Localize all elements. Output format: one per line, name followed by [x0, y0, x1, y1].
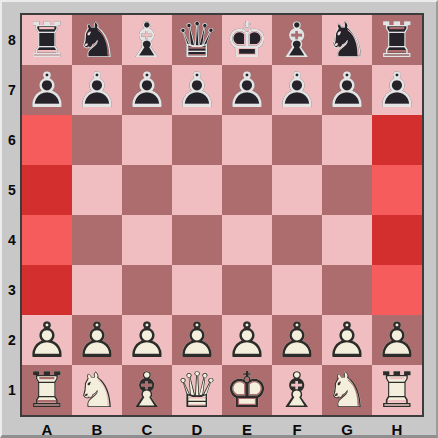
file-label-b: B — [72, 419, 122, 438]
chess-board: ♜︎♖︎♞︎♘︎♝︎♗︎♛︎♕︎♚︎♔︎♝︎♗︎♞︎♘︎♜︎♖︎♟︎♙︎♟︎♙︎… — [22, 15, 422, 415]
piece-white-king[interactable]: ♚︎♔︎ — [222, 365, 272, 415]
file-label-g: G — [322, 419, 372, 438]
square-e3[interactable] — [222, 265, 272, 315]
square-g6[interactable] — [322, 115, 372, 165]
square-a4[interactable] — [22, 215, 72, 265]
square-a7[interactable]: ♟︎♙︎ — [22, 65, 72, 115]
square-g5[interactable] — [322, 165, 372, 215]
square-c8[interactable]: ♝︎♗︎ — [122, 15, 172, 65]
square-h7[interactable]: ♟︎♙︎ — [372, 65, 422, 115]
square-e8[interactable]: ♚︎♔︎ — [222, 15, 272, 65]
piece-white-bishop[interactable]: ♝︎♗︎ — [272, 365, 322, 415]
piece-white-rook[interactable]: ♜︎♖︎ — [372, 365, 422, 415]
square-d1[interactable]: ♛︎♕︎ — [172, 365, 222, 415]
black-rook-outline-glyph: ♖︎ — [372, 15, 422, 65]
square-g7[interactable]: ♟︎♙︎ — [322, 65, 372, 115]
piece-black-pawn[interactable]: ♟︎♙︎ — [222, 65, 272, 115]
white-rook-outline-glyph: ♖︎ — [22, 365, 72, 415]
square-b7[interactable]: ♟︎♙︎ — [72, 65, 122, 115]
square-d5[interactable] — [172, 165, 222, 215]
square-e7[interactable]: ♟︎♙︎ — [222, 65, 272, 115]
white-bishop-outline-glyph: ♗︎ — [122, 365, 172, 415]
square-d2[interactable]: ♟︎♙︎ — [172, 315, 222, 365]
square-h3[interactable] — [372, 265, 422, 315]
piece-white-queen[interactable]: ♛︎♕︎ — [172, 365, 222, 415]
square-f1[interactable]: ♝︎♗︎ — [272, 365, 322, 415]
black-pawn-outline-glyph: ♙︎ — [122, 65, 172, 115]
piece-white-pawn[interactable]: ♟︎♙︎ — [122, 315, 172, 365]
white-knight-outline-glyph: ♘︎ — [72, 365, 122, 415]
square-a3[interactable] — [22, 265, 72, 315]
square-c5[interactable] — [122, 165, 172, 215]
square-g1[interactable]: ♞︎♘︎ — [322, 365, 372, 415]
square-f4[interactable] — [272, 215, 322, 265]
piece-black-pawn[interactable]: ♟︎♙︎ — [22, 65, 72, 115]
piece-black-rook[interactable]: ♜︎♖︎ — [372, 15, 422, 65]
square-c3[interactable] — [122, 265, 172, 315]
square-h2[interactable]: ♟︎♙︎ — [372, 315, 422, 365]
square-a1[interactable]: ♜︎♖︎ — [22, 365, 72, 415]
square-b5[interactable] — [72, 165, 122, 215]
square-h5[interactable] — [372, 165, 422, 215]
black-rook-outline-glyph: ♖︎ — [22, 15, 72, 65]
square-d4[interactable] — [172, 215, 222, 265]
black-pawn-outline-glyph: ♙︎ — [372, 65, 422, 115]
black-bishop-outline-glyph: ♗︎ — [122, 15, 172, 65]
piece-black-queen[interactable]: ♛︎♕︎ — [172, 15, 222, 65]
white-pawn-outline-glyph: ♙︎ — [172, 315, 222, 365]
white-bishop-outline-glyph: ♗︎ — [272, 365, 322, 415]
square-h6[interactable] — [372, 115, 422, 165]
piece-white-pawn[interactable]: ♟︎♙︎ — [272, 315, 322, 365]
square-a5[interactable] — [22, 165, 72, 215]
rank-label-4: 4 — [2, 215, 22, 265]
white-pawn-outline-glyph: ♙︎ — [272, 315, 322, 365]
piece-black-bishop[interactable]: ♝︎♗︎ — [272, 15, 322, 65]
piece-white-pawn[interactable]: ♟︎♙︎ — [72, 315, 122, 365]
piece-black-king[interactable]: ♚︎♔︎ — [222, 15, 272, 65]
file-label-f: F — [272, 419, 322, 438]
square-f6[interactable] — [272, 115, 322, 165]
file-label-a: A — [22, 419, 72, 438]
square-f5[interactable] — [272, 165, 322, 215]
square-a6[interactable] — [22, 115, 72, 165]
square-e4[interactable] — [222, 215, 272, 265]
white-knight-outline-glyph: ♘︎ — [322, 365, 372, 415]
rank-label-8: 8 — [2, 15, 22, 65]
square-h8[interactable]: ♜︎♖︎ — [372, 15, 422, 65]
piece-white-bishop[interactable]: ♝︎♗︎ — [122, 365, 172, 415]
square-b2[interactable]: ♟︎♙︎ — [72, 315, 122, 365]
rank-label-5: 5 — [2, 165, 22, 215]
square-g4[interactable] — [322, 215, 372, 265]
square-c1[interactable]: ♝︎♗︎ — [122, 365, 172, 415]
square-h1[interactable]: ♜︎♖︎ — [372, 365, 422, 415]
black-pawn-outline-glyph: ♙︎ — [222, 65, 272, 115]
square-a2[interactable]: ♟︎♙︎ — [22, 315, 72, 365]
piece-black-bishop[interactable]: ♝︎♗︎ — [122, 15, 172, 65]
piece-white-pawn[interactable]: ♟︎♙︎ — [322, 315, 372, 365]
white-pawn-outline-glyph: ♙︎ — [372, 315, 422, 365]
square-h4[interactable] — [372, 215, 422, 265]
square-b3[interactable] — [72, 265, 122, 315]
square-e1[interactable]: ♚︎♔︎ — [222, 365, 272, 415]
piece-white-pawn[interactable]: ♟︎♙︎ — [372, 315, 422, 365]
square-e2[interactable]: ♟︎♙︎ — [222, 315, 272, 365]
rank-label-2: 2 — [2, 315, 22, 365]
square-g3[interactable] — [322, 265, 372, 315]
white-pawn-outline-glyph: ♙︎ — [322, 315, 372, 365]
black-knight-outline-glyph: ♘︎ — [72, 15, 122, 65]
square-d8[interactable]: ♛︎♕︎ — [172, 15, 222, 65]
square-g8[interactable]: ♞︎♘︎ — [322, 15, 372, 65]
rank-label-3: 3 — [2, 265, 22, 315]
white-rook-outline-glyph: ♖︎ — [372, 365, 422, 415]
piece-black-pawn[interactable]: ♟︎♙︎ — [72, 65, 122, 115]
file-label-e: E — [222, 419, 272, 438]
square-f2[interactable]: ♟︎♙︎ — [272, 315, 322, 365]
square-b4[interactable] — [72, 215, 122, 265]
square-c2[interactable]: ♟︎♙︎ — [122, 315, 172, 365]
piece-black-knight[interactable]: ♞︎♘︎ — [72, 15, 122, 65]
square-f3[interactable] — [272, 265, 322, 315]
square-c4[interactable] — [122, 215, 172, 265]
black-knight-outline-glyph: ♘︎ — [322, 15, 372, 65]
white-pawn-outline-glyph: ♙︎ — [122, 315, 172, 365]
chess-board-frame: 87654321 ABCDEFGH ♜︎♖︎♞︎♘︎♝︎♗︎♛︎♕︎♚︎♔︎♝︎… — [0, 0, 438, 438]
square-e6[interactable] — [222, 115, 272, 165]
file-label-d: D — [172, 419, 222, 438]
piece-white-pawn[interactable]: ♟︎♙︎ — [222, 315, 272, 365]
square-b8[interactable]: ♞︎♘︎ — [72, 15, 122, 65]
square-f8[interactable]: ♝︎♗︎ — [272, 15, 322, 65]
piece-white-rook[interactable]: ♜︎♖︎ — [22, 365, 72, 415]
piece-white-knight[interactable]: ♞︎♘︎ — [72, 365, 122, 415]
square-g2[interactable]: ♟︎♙︎ — [322, 315, 372, 365]
square-f7[interactable]: ♟︎♙︎ — [272, 65, 322, 115]
piece-black-pawn[interactable]: ♟︎♙︎ — [122, 65, 172, 115]
piece-white-pawn[interactable]: ♟︎♙︎ — [22, 315, 72, 365]
square-d3[interactable] — [172, 265, 222, 315]
piece-white-knight[interactable]: ♞︎♘︎ — [322, 365, 372, 415]
square-c6[interactable] — [122, 115, 172, 165]
white-king-outline-glyph: ♔︎ — [222, 365, 272, 415]
white-pawn-outline-glyph: ♙︎ — [22, 315, 72, 365]
square-e5[interactable] — [222, 165, 272, 215]
white-pawn-outline-glyph: ♙︎ — [72, 315, 122, 365]
file-label-h: H — [372, 419, 422, 438]
black-king-outline-glyph: ♔︎ — [222, 15, 272, 65]
rank-label-1: 1 — [2, 365, 22, 415]
square-b1[interactable]: ♞︎♘︎ — [72, 365, 122, 415]
black-pawn-outline-glyph: ♙︎ — [272, 65, 322, 115]
piece-black-pawn[interactable]: ♟︎♙︎ — [172, 65, 222, 115]
piece-white-pawn[interactable]: ♟︎♙︎ — [172, 315, 222, 365]
file-label-c: C — [122, 419, 172, 438]
rank-label-7: 7 — [2, 65, 22, 115]
piece-black-rook[interactable]: ♜︎♖︎ — [22, 15, 72, 65]
black-bishop-outline-glyph: ♗︎ — [272, 15, 322, 65]
rank-labels: 87654321 — [2, 15, 22, 415]
square-a8[interactable]: ♜︎♖︎ — [22, 15, 72, 65]
square-d7[interactable]: ♟︎♙︎ — [172, 65, 222, 115]
square-c7[interactable]: ♟︎♙︎ — [122, 65, 172, 115]
rank-label-6: 6 — [2, 115, 22, 165]
piece-black-pawn[interactable]: ♟︎♙︎ — [322, 65, 372, 115]
white-queen-outline-glyph: ♕︎ — [172, 365, 222, 415]
black-queen-outline-glyph: ♕︎ — [172, 15, 222, 65]
black-pawn-outline-glyph: ♙︎ — [172, 65, 222, 115]
black-pawn-outline-glyph: ♙︎ — [22, 65, 72, 115]
file-labels: ABCDEFGH — [22, 419, 422, 438]
piece-black-knight[interactable]: ♞︎♘︎ — [322, 15, 372, 65]
white-pawn-outline-glyph: ♙︎ — [222, 315, 272, 365]
black-pawn-outline-glyph: ♙︎ — [72, 65, 122, 115]
piece-black-pawn[interactable]: ♟︎♙︎ — [272, 65, 322, 115]
square-b6[interactable] — [72, 115, 122, 165]
square-d6[interactable] — [172, 115, 222, 165]
piece-black-pawn[interactable]: ♟︎♙︎ — [372, 65, 422, 115]
black-pawn-outline-glyph: ♙︎ — [322, 65, 372, 115]
